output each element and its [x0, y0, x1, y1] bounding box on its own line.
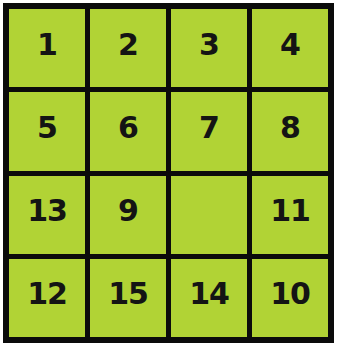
- tile-10[interactable]: 10: [252, 259, 328, 337]
- tile-11[interactable]: 11: [252, 176, 328, 254]
- tile-10-label: 10: [270, 276, 310, 311]
- tile-13-label: 13: [27, 193, 67, 228]
- tile-13[interactable]: 13: [9, 176, 85, 254]
- tile-4[interactable]: 4: [252, 9, 328, 87]
- tile-15-label: 15: [108, 276, 148, 311]
- tile-1[interactable]: 1: [9, 9, 85, 87]
- tile-5[interactable]: 5: [9, 92, 85, 170]
- sliding-puzzle-board: 1 2 3 4 5 6 7 8 13 9 11 12 15 14 10: [3, 3, 334, 343]
- tile-5-label: 5: [37, 110, 57, 145]
- tile-8-label: 8: [280, 110, 300, 145]
- tile-6-label: 6: [118, 110, 138, 145]
- tile-3[interactable]: 3: [171, 9, 247, 87]
- tile-9-label: 9: [118, 193, 138, 228]
- tile-2[interactable]: 2: [90, 9, 166, 87]
- tile-9[interactable]: 9: [90, 176, 166, 254]
- tile-3-label: 3: [199, 27, 219, 62]
- tile-2-label: 2: [118, 27, 138, 62]
- tile-6[interactable]: 6: [90, 92, 166, 170]
- blank-cell: [171, 176, 247, 254]
- tile-11-label: 11: [270, 193, 310, 228]
- tile-4-label: 4: [280, 27, 300, 62]
- puzzle-page: 1 2 3 4 5 6 7 8 13 9 11 12 15 14 10: [0, 0, 338, 347]
- tile-12-label: 12: [27, 276, 67, 311]
- tile-8[interactable]: 8: [252, 92, 328, 170]
- tile-7[interactable]: 7: [171, 92, 247, 170]
- tile-12[interactable]: 12: [9, 259, 85, 337]
- tile-1-label: 1: [37, 27, 57, 62]
- tile-15[interactable]: 15: [90, 259, 166, 337]
- tile-7-label: 7: [199, 110, 219, 145]
- tile-14[interactable]: 14: [171, 259, 247, 337]
- tile-14-label: 14: [189, 276, 229, 311]
